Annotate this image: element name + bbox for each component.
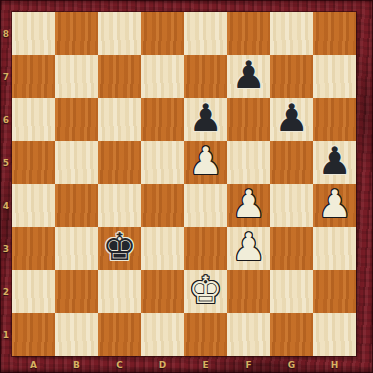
- square-h3[interactable]: [313, 227, 356, 270]
- square-g1[interactable]: [270, 313, 313, 356]
- square-d2[interactable]: [141, 270, 184, 313]
- square-g5[interactable]: [270, 141, 313, 184]
- square-e8[interactable]: [184, 12, 227, 55]
- file-label-f: F: [227, 356, 270, 373]
- square-g8[interactable]: [270, 12, 313, 55]
- square-e7[interactable]: [184, 55, 227, 98]
- square-f8[interactable]: [227, 12, 270, 55]
- rank-label-5: 5: [0, 141, 12, 184]
- white-pawn-f3[interactable]: ♟: [231, 226, 265, 269]
- black-pawn-f7[interactable]: ♟: [231, 54, 265, 97]
- square-d1[interactable]: [141, 313, 184, 356]
- square-g7[interactable]: [270, 55, 313, 98]
- square-h5[interactable]: ♟: [313, 141, 356, 184]
- square-d5[interactable]: [141, 141, 184, 184]
- rank-label-6: 6: [0, 98, 12, 141]
- square-g2[interactable]: [270, 270, 313, 313]
- square-d8[interactable]: [141, 12, 184, 55]
- square-g4[interactable]: [270, 184, 313, 227]
- square-b2[interactable]: [55, 270, 98, 313]
- board-frame: ♟♟♟♟♟♟♟♚♟♚ 87654321 ABCDEFGH: [0, 0, 373, 373]
- white-pawn-f4[interactable]: ♟: [231, 183, 265, 226]
- square-b8[interactable]: [55, 12, 98, 55]
- square-f3[interactable]: ♟: [227, 227, 270, 270]
- square-h7[interactable]: [313, 55, 356, 98]
- square-a3[interactable]: [12, 227, 55, 270]
- file-label-d: D: [141, 356, 184, 373]
- square-h6[interactable]: [313, 98, 356, 141]
- square-c3[interactable]: ♚: [98, 227, 141, 270]
- white-pawn-e5[interactable]: ♟: [188, 140, 222, 183]
- square-g6[interactable]: ♟: [270, 98, 313, 141]
- square-b5[interactable]: [55, 141, 98, 184]
- square-e1[interactable]: [184, 313, 227, 356]
- square-a2[interactable]: [12, 270, 55, 313]
- file-label-a: A: [12, 356, 55, 373]
- file-label-g: G: [270, 356, 313, 373]
- file-label-b: B: [55, 356, 98, 373]
- white-pawn-h4[interactable]: ♟: [317, 183, 351, 226]
- square-c4[interactable]: [98, 184, 141, 227]
- rank-label-4: 4: [0, 184, 12, 227]
- square-c5[interactable]: [98, 141, 141, 184]
- square-h4[interactable]: ♟: [313, 184, 356, 227]
- square-f6[interactable]: [227, 98, 270, 141]
- square-a7[interactable]: [12, 55, 55, 98]
- square-a6[interactable]: [12, 98, 55, 141]
- square-c6[interactable]: [98, 98, 141, 141]
- black-pawn-g6[interactable]: ♟: [274, 97, 308, 140]
- black-pawn-h5[interactable]: ♟: [317, 140, 351, 183]
- square-f5[interactable]: [227, 141, 270, 184]
- square-e4[interactable]: [184, 184, 227, 227]
- square-e6[interactable]: ♟: [184, 98, 227, 141]
- black-king-c3[interactable]: ♚: [102, 226, 136, 269]
- square-g3[interactable]: [270, 227, 313, 270]
- rank-label-7: 7: [0, 55, 12, 98]
- file-label-c: C: [98, 356, 141, 373]
- square-e2[interactable]: ♚: [184, 270, 227, 313]
- file-label-h: H: [313, 356, 356, 373]
- square-c8[interactable]: [98, 12, 141, 55]
- square-a8[interactable]: [12, 12, 55, 55]
- white-king-e2[interactable]: ♚: [188, 269, 222, 312]
- square-h8[interactable]: [313, 12, 356, 55]
- square-e5[interactable]: ♟: [184, 141, 227, 184]
- square-d7[interactable]: [141, 55, 184, 98]
- square-h1[interactable]: [313, 313, 356, 356]
- square-f7[interactable]: ♟: [227, 55, 270, 98]
- rank-label-8: 8: [0, 12, 12, 55]
- square-c2[interactable]: [98, 270, 141, 313]
- square-e3[interactable]: [184, 227, 227, 270]
- rank-label-1: 1: [0, 313, 12, 356]
- square-b7[interactable]: [55, 55, 98, 98]
- square-d4[interactable]: [141, 184, 184, 227]
- square-a4[interactable]: [12, 184, 55, 227]
- square-a1[interactable]: [12, 313, 55, 356]
- board: ♟♟♟♟♟♟♟♚♟♚: [12, 12, 356, 356]
- square-a5[interactable]: [12, 141, 55, 184]
- square-b6[interactable]: [55, 98, 98, 141]
- rank-label-2: 2: [0, 270, 12, 313]
- square-f2[interactable]: [227, 270, 270, 313]
- square-b1[interactable]: [55, 313, 98, 356]
- square-f1[interactable]: [227, 313, 270, 356]
- square-c7[interactable]: [98, 55, 141, 98]
- square-d6[interactable]: [141, 98, 184, 141]
- square-h2[interactable]: [313, 270, 356, 313]
- rank-label-3: 3: [0, 227, 12, 270]
- square-c1[interactable]: [98, 313, 141, 356]
- square-f4[interactable]: ♟: [227, 184, 270, 227]
- square-d3[interactable]: [141, 227, 184, 270]
- file-label-e: E: [184, 356, 227, 373]
- square-b3[interactable]: [55, 227, 98, 270]
- square-b4[interactable]: [55, 184, 98, 227]
- black-pawn-e6[interactable]: ♟: [188, 97, 222, 140]
